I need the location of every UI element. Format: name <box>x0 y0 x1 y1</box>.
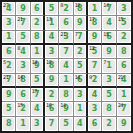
cell-digit: 4 <box>31 102 43 115</box>
cell-digit: 3 <box>88 102 101 115</box>
cell-digit: 9 <box>117 117 131 131</box>
cell-r8c2[interactable]: 152 <box>16 102 30 116</box>
cell-digit: 2 <box>74 45 86 58</box>
cell-digit: 5 <box>16 31 29 43</box>
cage-sum-label: 8 <box>60 2 63 8</box>
cell-digit: 2 <box>31 16 43 29</box>
cell-r3c9[interactable]: 2 <box>117 31 131 45</box>
cell-r1c8[interactable]: 147 <box>102 2 116 16</box>
cage-sum-label: 9 <box>89 74 92 80</box>
cell-r3c7[interactable]: 9 <box>88 31 102 45</box>
cell-digit: 4 <box>45 31 58 43</box>
cell-r6c8[interactable]: 3 <box>102 74 116 88</box>
cell-digit: 9 <box>16 2 29 15</box>
cell-digit: 6 <box>117 59 131 72</box>
cell-digit: 8 <box>59 88 72 101</box>
cell-r8c5[interactable]: 149 <box>59 102 73 116</box>
cell-r4c6[interactable]: 2 <box>74 45 88 59</box>
cell-r5c9[interactable]: 6 <box>117 59 131 73</box>
cell-digit: 4 <box>102 16 115 29</box>
cell-digit: 6 <box>59 16 72 29</box>
cell-digit: 3 <box>117 2 131 15</box>
cell-r5c6[interactable]: 5 <box>74 59 88 73</box>
cell-r9c6[interactable]: 4 <box>74 117 88 131</box>
cell-r3c8[interactable]: 156 <box>102 31 116 45</box>
cage-sum-label: 18 <box>46 59 51 65</box>
cell-r5c1[interactable]: 52 <box>2 59 16 73</box>
cell-digit: 8 <box>102 102 115 115</box>
cell-r9c5[interactable]: 5 <box>59 117 73 131</box>
cage-sum-label: 14 <box>75 74 80 80</box>
cell-digit: 3 <box>74 88 86 101</box>
cell-r4c7[interactable]: 125 <box>88 45 102 59</box>
cell-r8c7[interactable]: 3 <box>88 102 102 116</box>
killer-sudoku-board: 2749658218811473321721316917841551584213… <box>0 0 133 133</box>
cell-digit: 5 <box>2 102 15 115</box>
cell-r4c4[interactable]: 3 <box>45 45 59 59</box>
cell-digit: 3 <box>2 16 15 29</box>
cage-sum-label: 5 <box>3 59 6 65</box>
cell-r5c2[interactable]: 3 <box>16 59 30 73</box>
cell-r6c5[interactable]: 1 <box>59 74 73 88</box>
cell-r4c1[interactable]: 6 <box>2 45 16 59</box>
cell-r1c5[interactable]: 82 <box>59 2 73 16</box>
cell-r2c8[interactable]: 4 <box>102 16 116 30</box>
cell-r5c7[interactable]: 7 <box>88 59 102 73</box>
cage-sum-label: 24 <box>118 102 123 108</box>
cell-r7c6[interactable]: 3 <box>74 88 88 102</box>
cage-sum-label: 14 <box>60 102 65 108</box>
cell-r3c6[interactable]: 77 <box>74 31 88 45</box>
cell-r8c1[interactable]: 5 <box>2 102 16 116</box>
cell-digit: 5 <box>31 74 43 86</box>
cell-digit: 1 <box>2 31 15 43</box>
cell-digit: 9 <box>2 88 15 101</box>
cell-r1c3[interactable]: 6 <box>31 2 45 16</box>
cell-r4c2[interactable]: 84 <box>16 45 30 59</box>
cell-digit: 1 <box>31 45 43 58</box>
cell-r3c5[interactable]: 213 <box>59 31 73 45</box>
cage-sum-label: 21 <box>118 74 123 80</box>
cell-r6c4[interactable]: 9 <box>45 74 59 88</box>
cell-r4c3[interactable]: 1 <box>31 45 45 59</box>
cell-digit: 1 <box>74 102 86 115</box>
cell-digit: 1 <box>88 2 101 15</box>
cell-r2c5[interactable]: 6 <box>59 16 73 30</box>
cage-sum-label: 27 <box>3 2 8 8</box>
cell-r8c3[interactable]: 4 <box>31 102 45 116</box>
cell-r9c7[interactable]: 6 <box>88 117 102 131</box>
cage-sum-label: 15 <box>17 102 22 108</box>
cell-r4c8[interactable]: 9 <box>102 45 116 59</box>
cell-digit: 7 <box>88 59 101 72</box>
cell-digit: 7 <box>59 45 72 58</box>
cell-r2c7[interactable]: 178 <box>88 16 102 30</box>
cell-r6c7[interactable]: 92 <box>88 74 102 88</box>
cell-digit: 5 <box>102 88 115 101</box>
cage-sum-label: 13 <box>46 16 51 22</box>
cage-sum-label: 14 <box>103 2 108 8</box>
cell-digit: 1 <box>16 117 29 131</box>
cell-r7c3[interactable]: 177 <box>31 88 45 102</box>
cell-digit: 6 <box>2 45 15 58</box>
cell-r2c2[interactable]: 217 <box>16 16 30 30</box>
cell-r1c4[interactable]: 5 <box>45 2 59 16</box>
cage-sum-label: 8 <box>17 45 20 51</box>
cell-r5c3[interactable]: 149 <box>31 59 45 73</box>
cell-r6c9[interactable]: 214 <box>117 74 131 88</box>
cell-r1c9[interactable]: 3 <box>117 2 131 16</box>
cell-r1c2[interactable]: 9 <box>16 2 30 16</box>
cell-r7c4[interactable]: 2 <box>45 88 59 102</box>
cell-digit: 2 <box>117 31 131 43</box>
cell-digit: 2 <box>45 88 58 101</box>
cell-digit: 5 <box>59 117 72 131</box>
cell-r1c1[interactable]: 274 <box>2 2 16 16</box>
cage-sum-label: 18 <box>75 2 80 8</box>
cell-digit: 7 <box>45 117 58 131</box>
cell-r5c8[interactable]: 71 <box>102 59 116 73</box>
cage-sum-label: 21 <box>17 16 22 22</box>
cell-digit: 8 <box>117 45 131 58</box>
cell-r2c1[interactable]: 3 <box>2 16 16 30</box>
cell-r5c4[interactable]: 188 <box>45 59 59 73</box>
cell-r4c5[interactable]: 7 <box>59 45 73 59</box>
cell-digit: 3 <box>16 59 29 72</box>
cell-r8c4[interactable]: 166 <box>45 102 59 116</box>
cell-digit: 4 <box>88 88 101 101</box>
cell-r3c3[interactable]: 8 <box>31 31 45 45</box>
cage-sum-label: 7 <box>103 59 106 65</box>
cell-digit: 5 <box>45 2 58 15</box>
cell-digit: 4 <box>59 59 72 72</box>
cell-r7c9[interactable]: 1 <box>117 88 131 102</box>
cage-sum-label: 12 <box>89 45 94 51</box>
cell-r5c5[interactable]: 4 <box>59 59 73 73</box>
cell-r1c6[interactable]: 188 <box>74 2 88 16</box>
cell-digit: 6 <box>31 2 43 15</box>
cage-sum-label: 7 <box>75 31 78 37</box>
cell-r9c2[interactable]: 1 <box>16 117 30 131</box>
cage-sum-label: 21 <box>3 74 8 80</box>
cell-r3c1[interactable]: 1 <box>2 31 16 45</box>
cell-r2c9[interactable]: 155 <box>117 16 131 30</box>
cell-r7c7[interactable]: 4 <box>88 88 102 102</box>
cell-r2c4[interactable]: 131 <box>45 16 59 30</box>
cell-r9c1[interactable]: 8 <box>2 117 16 131</box>
cell-r9c9[interactable]: 9 <box>117 117 131 131</box>
cell-r6c2[interactable]: 148 <box>16 74 30 88</box>
cell-r7c1[interactable]: 9 <box>2 88 16 102</box>
cage-sum-label: 14 <box>32 59 37 65</box>
cell-r1c7[interactable]: 1 <box>88 2 102 16</box>
cell-r7c2[interactable]: 6 <box>16 88 30 102</box>
cell-r2c6[interactable]: 9 <box>74 16 88 30</box>
cell-r3c4[interactable]: 4 <box>45 31 59 45</box>
cell-digit: 9 <box>88 31 101 43</box>
cell-digit: 2 <box>102 117 115 131</box>
cell-r8c9[interactable]: 247 <box>117 102 131 116</box>
cell-r8c6[interactable]: 1 <box>74 102 88 116</box>
cell-digit: 4 <box>74 117 86 131</box>
cell-r9c4[interactable]: 7 <box>45 117 59 131</box>
cell-r4c9[interactable]: 8 <box>117 45 131 59</box>
cell-r6c6[interactable]: 146 <box>74 74 88 88</box>
cell-r3c2[interactable]: 5 <box>16 31 30 45</box>
cell-r7c8[interactable]: 5 <box>102 88 116 102</box>
cage-sum-label: 17 <box>89 16 94 22</box>
cage-sum-label: 16 <box>46 102 51 108</box>
cell-digit: 6 <box>16 88 29 101</box>
cell-digit: 8 <box>31 31 43 43</box>
cage-sum-label: 21 <box>60 31 65 37</box>
cell-r6c1[interactable]: 217 <box>2 74 16 88</box>
cell-r7c5[interactable]: 8 <box>59 88 73 102</box>
cell-r8c8[interactable]: 8 <box>102 102 116 116</box>
cell-digit: 9 <box>102 45 115 58</box>
cage-sum-label: 14 <box>17 74 22 80</box>
cell-digit: 1 <box>117 88 131 101</box>
cage-sum-label: 15 <box>103 31 108 37</box>
cell-digit: 6 <box>88 117 101 131</box>
cell-r6c3[interactable]: 5 <box>31 74 45 88</box>
cell-r9c3[interactable]: 3 <box>31 117 45 131</box>
cell-digit: 3 <box>31 117 43 131</box>
cell-digit: 9 <box>74 16 86 29</box>
cell-digit: 1 <box>59 74 72 86</box>
cell-digit: 9 <box>45 74 58 86</box>
cell-digit: 8 <box>2 117 15 131</box>
cell-r2c3[interactable]: 2 <box>31 16 45 30</box>
cell-digit: 3 <box>45 45 58 58</box>
cage-sum-label: 15 <box>118 16 123 22</box>
cage-sum-label: 17 <box>32 88 37 94</box>
cell-digit: 3 <box>102 74 115 86</box>
cell-digit: 5 <box>74 59 86 72</box>
cell-r9c8[interactable]: 2 <box>102 117 116 131</box>
